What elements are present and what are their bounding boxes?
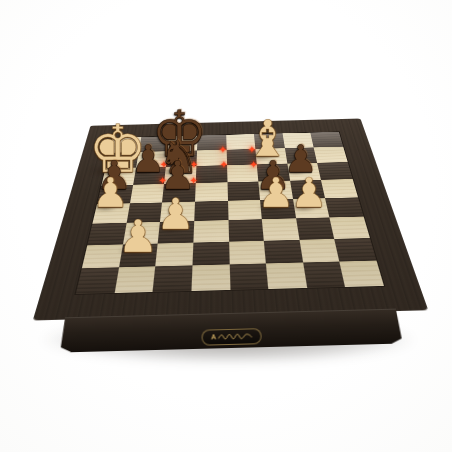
square-h2[interactable] <box>334 237 376 261</box>
board-tilt-group <box>0 0 452 452</box>
square-d4[interactable] <box>194 200 228 221</box>
piece-white-pawn-c3[interactable]: ♟ <box>156 193 195 236</box>
square-f2[interactable] <box>263 239 302 263</box>
square-d1[interactable] <box>191 264 230 290</box>
square-c1[interactable] <box>152 265 192 291</box>
square-f1[interactable] <box>266 262 307 288</box>
square-c2[interactable] <box>155 242 193 266</box>
piece-white-pawn-b2[interactable]: ♟ <box>118 214 159 259</box>
brand-logo-script <box>208 331 254 342</box>
square-e3[interactable] <box>228 219 264 241</box>
square-d2[interactable] <box>192 241 229 265</box>
square-h7[interactable] <box>313 146 347 162</box>
piece-white-pawn-f4[interactable]: ♟ <box>257 173 294 214</box>
piece-white-pawn-a4[interactable]: ♟ <box>92 173 129 214</box>
square-g3[interactable] <box>295 217 334 239</box>
square-b1[interactable] <box>114 266 155 292</box>
square-e2[interactable] <box>228 240 265 264</box>
brand-plaque <box>201 328 261 346</box>
square-h4[interactable] <box>325 197 363 217</box>
square-e1[interactable] <box>229 263 268 289</box>
square-a1[interactable] <box>75 267 118 293</box>
square-g1[interactable] <box>302 261 345 287</box>
square-h1[interactable] <box>339 260 383 286</box>
square-a2[interactable] <box>81 244 122 268</box>
square-g2[interactable] <box>299 238 340 262</box>
square-e4[interactable] <box>227 199 261 220</box>
square-d3[interactable] <box>193 220 228 242</box>
square-h3[interactable] <box>329 216 369 238</box>
piece-white-pawn-g4[interactable]: ♟ <box>291 173 328 214</box>
chessboard-product-photo: ✦✦✦✦✦✦✦✦♚♝♞♟♟♚♟♟♟♟♟♟♟♟ <box>0 0 452 452</box>
square-d5[interactable] <box>194 182 227 201</box>
square-f3[interactable] <box>261 218 298 240</box>
